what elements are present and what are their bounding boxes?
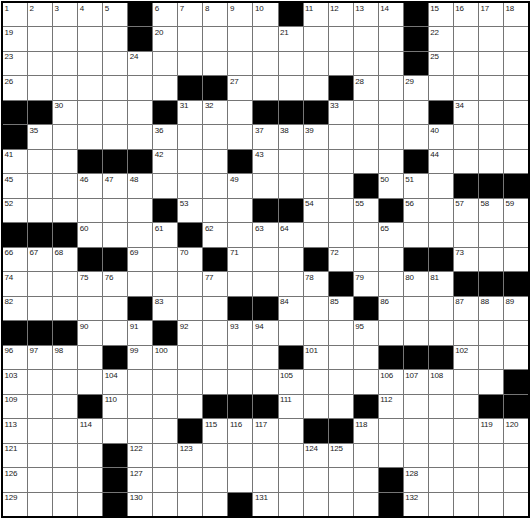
cell-r18c11[interactable]: 117 [253, 419, 277, 442]
cell-r20c15[interactable] [354, 468, 378, 491]
cell-r11c10[interactable]: 71 [228, 248, 252, 271]
cell-r12c10[interactable] [228, 272, 252, 295]
cell-r1c20[interactable]: 17 [479, 3, 503, 26]
cell-r9c9[interactable] [203, 199, 227, 222]
cell-r3c4[interactable] [78, 52, 102, 75]
cell-r2c1[interactable]: 19 [3, 27, 27, 50]
cell-r18c10[interactable]: 116 [228, 419, 252, 442]
cell-r17c19[interactable] [454, 395, 478, 418]
cell-r4c19[interactable] [454, 76, 478, 99]
cell-r19c12[interactable] [279, 444, 303, 467]
cell-r12c13[interactable]: 78 [304, 272, 328, 295]
cell-r5c19[interactable]: 34 [454, 101, 478, 124]
cell-r11c14[interactable]: 72 [329, 248, 353, 271]
cell-r12c7[interactable] [153, 272, 177, 295]
cell-r16c3[interactable] [53, 370, 77, 393]
cell-r4c15[interactable]: 28 [354, 76, 378, 99]
cell-r8c14[interactable] [329, 174, 353, 197]
cell-r11c16[interactable] [379, 248, 403, 271]
cell-r17c5[interactable]: 110 [103, 395, 127, 418]
cell-r13c21[interactable]: 89 [504, 297, 528, 320]
cell-r8c16[interactable]: 50 [379, 174, 403, 197]
cell-r16c7[interactable] [153, 370, 177, 393]
cell-r10c10[interactable] [228, 223, 252, 246]
cell-r6c16[interactable] [379, 125, 403, 148]
cell-r18c4[interactable]: 114 [78, 419, 102, 442]
cell-r6c2[interactable]: 35 [28, 125, 52, 148]
cell-r21c4[interactable] [78, 493, 102, 516]
cell-r16c6[interactable] [128, 370, 152, 393]
cell-r6c17[interactable] [404, 125, 428, 148]
cell-r11c21[interactable] [504, 248, 528, 271]
cell-r7c7[interactable]: 42 [153, 150, 177, 173]
cell-r21c11[interactable]: 131 [253, 493, 277, 516]
cell-r10c9[interactable]: 62 [203, 223, 227, 246]
cell-r13c9[interactable] [203, 297, 227, 320]
cell-r5c8[interactable]: 31 [178, 101, 202, 124]
cell-r3c3[interactable] [53, 52, 77, 75]
cell-r10c12[interactable]: 64 [279, 223, 303, 246]
cell-r3c20[interactable] [479, 52, 503, 75]
cell-r3c5[interactable] [103, 52, 127, 75]
cell-r21c14[interactable] [329, 493, 353, 516]
cell-r16c1[interactable]: 103 [3, 370, 27, 393]
cell-r3c15[interactable] [354, 52, 378, 75]
cell-r18c16[interactable] [379, 419, 403, 442]
cell-r16c20[interactable] [479, 370, 503, 393]
cell-r12c8[interactable] [178, 272, 202, 295]
cell-r1c14[interactable]: 12 [329, 3, 353, 26]
cell-r21c21[interactable] [504, 493, 528, 516]
cell-r8c2[interactable] [28, 174, 52, 197]
cell-r13c20[interactable]: 88 [479, 297, 503, 320]
cell-r1c1[interactable]: 1 [3, 3, 27, 26]
cell-r10c18[interactable] [429, 223, 453, 246]
cell-r5c14[interactable]: 33 [329, 101, 353, 124]
cell-r14c9[interactable] [203, 321, 227, 344]
cell-r9c5[interactable] [103, 199, 127, 222]
cell-r14c4[interactable]: 90 [78, 321, 102, 344]
cell-r9c4[interactable] [78, 199, 102, 222]
cell-r7c2[interactable] [28, 150, 52, 173]
cell-r14c21[interactable] [504, 321, 528, 344]
cell-r19c21[interactable] [504, 444, 528, 467]
cell-r17c2[interactable] [28, 395, 52, 418]
cell-r7c19[interactable] [454, 150, 478, 173]
cell-r18c21[interactable]: 120 [504, 419, 528, 442]
cell-r20c11[interactable] [253, 468, 277, 491]
cell-r16c12[interactable]: 105 [279, 370, 303, 393]
cell-r19c20[interactable] [479, 444, 503, 467]
cell-r21c2[interactable] [28, 493, 52, 516]
cell-r19c8[interactable]: 123 [178, 444, 202, 467]
cell-r1c2[interactable]: 2 [28, 3, 52, 26]
cell-r11c20[interactable] [479, 248, 503, 271]
cell-r11c15[interactable] [354, 248, 378, 271]
cell-r18c6[interactable] [128, 419, 152, 442]
cell-r17c3[interactable] [53, 395, 77, 418]
cell-r4c18[interactable] [429, 76, 453, 99]
cell-r8c10[interactable]: 49 [228, 174, 252, 197]
cell-r6c21[interactable] [504, 125, 528, 148]
cell-r20c1[interactable]: 126 [3, 468, 27, 491]
cell-r19c13[interactable]: 124 [304, 444, 328, 467]
cell-r3c18[interactable]: 25 [429, 52, 453, 75]
cell-r13c5[interactable] [103, 297, 127, 320]
cell-r19c16[interactable] [379, 444, 403, 467]
cell-r16c18[interactable]: 108 [429, 370, 453, 393]
cell-r1c13[interactable]: 11 [304, 3, 328, 26]
cell-r15c19[interactable]: 102 [454, 346, 478, 369]
cell-r18c17[interactable] [404, 419, 428, 442]
cell-r15c20[interactable] [479, 346, 503, 369]
cell-r4c10[interactable]: 27 [228, 76, 252, 99]
cell-r3c14[interactable] [329, 52, 353, 75]
cell-r21c20[interactable] [479, 493, 503, 516]
cell-r12c11[interactable] [253, 272, 277, 295]
cell-r8c6[interactable]: 48 [128, 174, 152, 197]
cell-r2c8[interactable] [178, 27, 202, 50]
cell-r17c13[interactable] [304, 395, 328, 418]
cell-r6c6[interactable] [128, 125, 152, 148]
cell-r18c5[interactable] [103, 419, 127, 442]
cell-r5c10[interactable] [228, 101, 252, 124]
cell-r1c5[interactable]: 5 [103, 3, 127, 26]
cell-r10c4[interactable]: 60 [78, 223, 102, 246]
cell-r1c15[interactable]: 13 [354, 3, 378, 26]
cell-r7c12[interactable] [279, 150, 303, 173]
cell-r12c3[interactable] [53, 272, 77, 295]
cell-r15c2[interactable]: 97 [28, 346, 52, 369]
cell-r14c18[interactable] [429, 321, 453, 344]
cell-r12c4[interactable]: 75 [78, 272, 102, 295]
cell-r4c7[interactable] [153, 76, 177, 99]
cell-r1c16[interactable]: 14 [379, 3, 403, 26]
cell-r2c2[interactable] [28, 27, 52, 50]
cell-r4c17[interactable]: 29 [404, 76, 428, 99]
cell-r8c5[interactable]: 47 [103, 174, 127, 197]
cell-r16c5[interactable]: 104 [103, 370, 127, 393]
cell-r21c19[interactable] [454, 493, 478, 516]
cell-r18c9[interactable]: 115 [203, 419, 227, 442]
cell-r10c16[interactable]: 65 [379, 223, 403, 246]
cell-r2c14[interactable] [329, 27, 353, 50]
cell-r14c6[interactable]: 91 [128, 321, 152, 344]
cell-r18c1[interactable]: 113 [3, 419, 27, 442]
cell-r2c11[interactable] [253, 27, 277, 50]
cell-r3c9[interactable] [203, 52, 227, 75]
cell-r2c18[interactable]: 22 [429, 27, 453, 50]
cell-r9c20[interactable]: 58 [479, 199, 503, 222]
cell-r17c17[interactable] [404, 395, 428, 418]
cell-r13c12[interactable]: 84 [279, 297, 303, 320]
cell-r8c1[interactable]: 45 [3, 174, 27, 197]
cell-r3c12[interactable] [279, 52, 303, 75]
cell-r16c11[interactable] [253, 370, 277, 393]
cell-r16c15[interactable] [354, 370, 378, 393]
cell-r17c16[interactable]: 112 [379, 395, 403, 418]
cell-r2c15[interactable] [354, 27, 378, 50]
cell-r4c21[interactable] [504, 76, 528, 99]
cell-r1c10[interactable]: 9 [228, 3, 252, 26]
cell-r12c18[interactable]: 81 [429, 272, 453, 295]
cell-r9c18[interactable] [429, 199, 453, 222]
cell-r9c19[interactable]: 57 [454, 199, 478, 222]
cell-r11c11[interactable] [253, 248, 277, 271]
cell-r8c9[interactable] [203, 174, 227, 197]
cell-r21c3[interactable] [53, 493, 77, 516]
cell-r16c4[interactable] [78, 370, 102, 393]
cell-r6c13[interactable]: 39 [304, 125, 328, 148]
cell-r1c18[interactable]: 15 [429, 3, 453, 26]
cell-r7c21[interactable] [504, 150, 528, 173]
cell-r14c5[interactable] [103, 321, 127, 344]
cell-r9c13[interactable]: 54 [304, 199, 328, 222]
cell-r15c4[interactable] [78, 346, 102, 369]
cell-r4c20[interactable] [479, 76, 503, 99]
cell-r21c18[interactable] [429, 493, 453, 516]
cell-r4c16[interactable] [379, 76, 403, 99]
cell-r21c13[interactable] [304, 493, 328, 516]
cell-r4c5[interactable] [103, 76, 127, 99]
cell-r20c2[interactable] [28, 468, 52, 491]
cell-r15c14[interactable] [329, 346, 353, 369]
cell-r6c9[interactable] [203, 125, 227, 148]
cell-r20c12[interactable] [279, 468, 303, 491]
cell-r3c7[interactable] [153, 52, 177, 75]
cell-r17c7[interactable] [153, 395, 177, 418]
cell-r2c5[interactable] [103, 27, 127, 50]
cell-r9c3[interactable] [53, 199, 77, 222]
cell-r7c9[interactable] [203, 150, 227, 173]
cell-r4c6[interactable] [128, 76, 152, 99]
cell-r21c1[interactable]: 129 [3, 493, 27, 516]
cell-r2c20[interactable] [479, 27, 503, 50]
cell-r5c3[interactable]: 30 [53, 101, 77, 124]
cell-r6c11[interactable]: 37 [253, 125, 277, 148]
cell-r16c10[interactable] [228, 370, 252, 393]
cell-r10c13[interactable] [304, 223, 328, 246]
cell-r8c4[interactable]: 46 [78, 174, 102, 197]
cell-r1c19[interactable]: 16 [454, 3, 478, 26]
cell-r8c13[interactable] [304, 174, 328, 197]
cell-r20c3[interactable] [53, 468, 77, 491]
cell-r1c4[interactable]: 4 [78, 3, 102, 26]
cell-r9c15[interactable]: 55 [354, 199, 378, 222]
cell-r7c11[interactable]: 43 [253, 150, 277, 173]
cell-r11c6[interactable]: 69 [128, 248, 152, 271]
cell-r17c6[interactable] [128, 395, 152, 418]
cell-r18c2[interactable] [28, 419, 52, 442]
cell-r14c15[interactable]: 95 [354, 321, 378, 344]
cell-r16c14[interactable] [329, 370, 353, 393]
cell-r19c7[interactable] [153, 444, 177, 467]
cell-r1c8[interactable]: 7 [178, 3, 202, 26]
cell-r6c4[interactable] [78, 125, 102, 148]
cell-r11c12[interactable] [279, 248, 303, 271]
cell-r6c14[interactable] [329, 125, 353, 148]
cell-r21c9[interactable] [203, 493, 227, 516]
cell-r4c12[interactable] [279, 76, 303, 99]
cell-r6c12[interactable]: 38 [279, 125, 303, 148]
cell-r2c12[interactable]: 21 [279, 27, 303, 50]
cell-r1c11[interactable]: 10 [253, 3, 277, 26]
cell-r3c11[interactable] [253, 52, 277, 75]
cell-r3c2[interactable] [28, 52, 52, 75]
cell-r11c19[interactable]: 73 [454, 248, 478, 271]
cell-r15c13[interactable]: 101 [304, 346, 328, 369]
cell-r14c8[interactable]: 92 [178, 321, 202, 344]
cell-r5c17[interactable] [404, 101, 428, 124]
cell-r3c16[interactable] [379, 52, 403, 75]
cell-r14c13[interactable] [304, 321, 328, 344]
cell-r18c15[interactable]: 118 [354, 419, 378, 442]
cell-r19c1[interactable]: 121 [3, 444, 27, 467]
cell-r19c18[interactable] [429, 444, 453, 467]
cell-r2c4[interactable] [78, 27, 102, 50]
cell-r13c14[interactable]: 85 [329, 297, 353, 320]
cell-r7c15[interactable] [354, 150, 378, 173]
cell-r9c17[interactable]: 56 [404, 199, 428, 222]
cell-r10c21[interactable] [504, 223, 528, 246]
cell-r2c19[interactable] [454, 27, 478, 50]
cell-r19c3[interactable] [53, 444, 77, 467]
cell-r1c7[interactable]: 6 [153, 3, 177, 26]
cell-r20c7[interactable] [153, 468, 177, 491]
cell-r14c12[interactable] [279, 321, 303, 344]
cell-r12c6[interactable] [128, 272, 152, 295]
cell-r13c17[interactable] [404, 297, 428, 320]
cell-r7c3[interactable] [53, 150, 77, 173]
cell-r15c15[interactable] [354, 346, 378, 369]
cell-r11c7[interactable] [153, 248, 177, 271]
cell-r4c11[interactable] [253, 76, 277, 99]
cell-r3c10[interactable] [228, 52, 252, 75]
cell-r20c21[interactable] [504, 468, 528, 491]
cell-r13c7[interactable]: 83 [153, 297, 177, 320]
cell-r5c4[interactable] [78, 101, 102, 124]
cell-r13c18[interactable] [429, 297, 453, 320]
cell-r14c20[interactable] [479, 321, 503, 344]
cell-r3c21[interactable] [504, 52, 528, 75]
cell-r6c7[interactable]: 36 [153, 125, 177, 148]
cell-r7c20[interactable] [479, 150, 503, 173]
cell-r12c2[interactable] [28, 272, 52, 295]
cell-r5c6[interactable] [128, 101, 152, 124]
cell-r13c2[interactable] [28, 297, 52, 320]
cell-r14c11[interactable]: 94 [253, 321, 277, 344]
cell-r16c2[interactable] [28, 370, 52, 393]
cell-r5c15[interactable] [354, 101, 378, 124]
cell-r15c11[interactable] [253, 346, 277, 369]
cell-r21c15[interactable] [354, 493, 378, 516]
cell-r8c11[interactable] [253, 174, 277, 197]
cell-r19c10[interactable] [228, 444, 252, 467]
cell-r6c10[interactable] [228, 125, 252, 148]
cell-r19c19[interactable] [454, 444, 478, 467]
cell-r6c20[interactable] [479, 125, 503, 148]
cell-r5c16[interactable] [379, 101, 403, 124]
cell-r15c6[interactable]: 99 [128, 346, 152, 369]
cell-r19c9[interactable] [203, 444, 227, 467]
cell-r14c16[interactable] [379, 321, 403, 344]
cell-r20c8[interactable] [178, 468, 202, 491]
cell-r20c17[interactable]: 128 [404, 468, 428, 491]
cell-r6c19[interactable] [454, 125, 478, 148]
cell-r2c9[interactable] [203, 27, 227, 50]
cell-r15c1[interactable]: 96 [3, 346, 27, 369]
cell-r4c1[interactable]: 26 [3, 76, 27, 99]
cell-r16c16[interactable]: 106 [379, 370, 403, 393]
cell-r8c8[interactable] [178, 174, 202, 197]
cell-r7c8[interactable] [178, 150, 202, 173]
cell-r16c9[interactable] [203, 370, 227, 393]
cell-r3c6[interactable]: 24 [128, 52, 152, 75]
cell-r3c8[interactable] [178, 52, 202, 75]
cell-r5c9[interactable]: 32 [203, 101, 227, 124]
cell-r20c4[interactable] [78, 468, 102, 491]
cell-r14c14[interactable] [329, 321, 353, 344]
cell-r10c20[interactable] [479, 223, 503, 246]
cell-r5c5[interactable] [103, 101, 127, 124]
cell-r15c21[interactable] [504, 346, 528, 369]
cell-r18c18[interactable] [429, 419, 453, 442]
cell-r15c3[interactable]: 98 [53, 346, 77, 369]
cell-r17c14[interactable] [329, 395, 353, 418]
cell-r16c8[interactable] [178, 370, 202, 393]
cell-r18c12[interactable] [279, 419, 303, 442]
cell-r2c16[interactable] [379, 27, 403, 50]
cell-r16c13[interactable] [304, 370, 328, 393]
cell-r18c19[interactable] [454, 419, 478, 442]
cell-r17c8[interactable] [178, 395, 202, 418]
cell-r9c10[interactable] [228, 199, 252, 222]
cell-r19c17[interactable] [404, 444, 428, 467]
cell-r11c8[interactable]: 70 [178, 248, 202, 271]
cell-r1c3[interactable]: 3 [53, 3, 77, 26]
cell-r21c8[interactable] [178, 493, 202, 516]
cell-r19c2[interactable] [28, 444, 52, 467]
cell-r10c19[interactable] [454, 223, 478, 246]
cell-r6c8[interactable] [178, 125, 202, 148]
cell-r8c3[interactable] [53, 174, 77, 197]
cell-r9c21[interactable]: 59 [504, 199, 528, 222]
cell-r1c21[interactable]: 18 [504, 3, 528, 26]
cell-r21c12[interactable] [279, 493, 303, 516]
cell-r6c3[interactable] [53, 125, 77, 148]
cell-r4c2[interactable] [28, 76, 52, 99]
cell-r18c20[interactable]: 119 [479, 419, 503, 442]
cell-r20c14[interactable] [329, 468, 353, 491]
cell-r12c9[interactable]: 77 [203, 272, 227, 295]
cell-r13c4[interactable] [78, 297, 102, 320]
cell-r13c3[interactable] [53, 297, 77, 320]
cell-r8c17[interactable]: 51 [404, 174, 428, 197]
cell-r19c14[interactable]: 125 [329, 444, 353, 467]
cell-r7c13[interactable] [304, 150, 328, 173]
cell-r14c10[interactable]: 93 [228, 321, 252, 344]
cell-r9c14[interactable] [329, 199, 353, 222]
cell-r15c8[interactable] [178, 346, 202, 369]
cell-r4c4[interactable] [78, 76, 102, 99]
cell-r4c13[interactable] [304, 76, 328, 99]
cell-r17c18[interactable] [429, 395, 453, 418]
cell-r20c13[interactable] [304, 468, 328, 491]
cell-r7c18[interactable]: 44 [429, 150, 453, 173]
cell-r11c2[interactable]: 67 [28, 248, 52, 271]
cell-r2c21[interactable] [504, 27, 528, 50]
cell-r2c10[interactable] [228, 27, 252, 50]
